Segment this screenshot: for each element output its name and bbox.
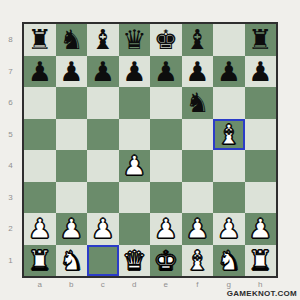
piece-white-knight[interactable]: ♞ [217,247,241,274]
piece-black-pawn[interactable]: ♟ [59,58,83,85]
square-c1[interactable] [87,245,119,277]
piece-black-bishop[interactable]: ♝ [91,26,115,53]
file-labels: abcdefgh [24,280,276,289]
rank-label-1: 1 [4,245,17,277]
square-g4[interactable] [213,150,245,182]
square-a4[interactable] [24,150,56,182]
piece-white-king[interactable]: ♚ [154,247,178,274]
square-b8[interactable]: ♞ [56,24,88,56]
square-b7[interactable]: ♟ [56,56,88,88]
square-e7[interactable]: ♟ [150,56,182,88]
square-a6[interactable] [24,87,56,119]
file-label-c: c [87,280,119,289]
square-e6[interactable] [150,87,182,119]
square-d7[interactable]: ♟ [119,56,151,88]
file-label-e: e [150,280,182,289]
square-a8[interactable]: ♜ [24,24,56,56]
square-g1[interactable]: ♞ [213,245,245,277]
square-h6[interactable] [245,87,277,119]
square-a2[interactable]: ♟ [24,213,56,245]
square-d4[interactable]: ♟ [119,150,151,182]
piece-black-queen[interactable]: ♛ [122,26,146,53]
square-f6[interactable]: ♞ [182,87,214,119]
square-c6[interactable] [87,87,119,119]
square-e3[interactable] [150,182,182,214]
piece-black-knight[interactable]: ♞ [59,26,83,53]
piece-black-king[interactable]: ♚ [154,26,178,53]
file-label-d: d [119,280,151,289]
square-d2[interactable] [119,213,151,245]
square-b2[interactable]: ♟ [56,213,88,245]
square-e5[interactable] [150,119,182,151]
square-c3[interactable] [87,182,119,214]
piece-black-pawn[interactable]: ♟ [248,58,272,85]
square-c8[interactable]: ♝ [87,24,119,56]
square-h8[interactable]: ♜ [245,24,277,56]
square-d1[interactable]: ♛ [119,245,151,277]
square-b1[interactable]: ♞ [56,245,88,277]
file-label-g: g [213,280,245,289]
rank-label-8: 8 [4,24,17,56]
square-g5[interactable]: ♝ [213,119,245,151]
square-g3[interactable] [213,182,245,214]
rank-label-7: 7 [4,56,17,88]
square-h5[interactable] [245,119,277,151]
square-f4[interactable] [182,150,214,182]
piece-black-rook[interactable]: ♜ [248,26,272,53]
square-b4[interactable] [56,150,88,182]
square-e4[interactable] [150,150,182,182]
square-f8[interactable]: ♝ [182,24,214,56]
piece-white-queen[interactable]: ♛ [122,247,146,274]
square-f3[interactable] [182,182,214,214]
piece-black-rook[interactable]: ♜ [28,26,52,53]
file-label-h: h [245,280,277,289]
square-g8[interactable] [213,24,245,56]
square-a5[interactable] [24,119,56,151]
square-c7[interactable]: ♟ [87,56,119,88]
square-g7[interactable]: ♟ [213,56,245,88]
file-label-f: f [182,280,214,289]
rank-label-6: 6 [4,87,17,119]
rank-labels: 87654321 [4,24,17,276]
square-h1[interactable]: ♜ [245,245,277,277]
piece-white-pawn[interactable]: ♟ [91,215,115,242]
square-e2[interactable]: ♟ [150,213,182,245]
square-e8[interactable]: ♚ [150,24,182,56]
square-h3[interactable] [245,182,277,214]
square-g2[interactable]: ♟ [213,213,245,245]
square-f1[interactable]: ♝ [182,245,214,277]
piece-white-pawn[interactable]: ♟ [217,215,241,242]
square-c4[interactable] [87,150,119,182]
square-b5[interactable] [56,119,88,151]
piece-black-pawn[interactable]: ♟ [154,58,178,85]
square-d3[interactable] [119,182,151,214]
site-logo: GAMEKNOT.COM [227,289,297,298]
rank-label-5: 5 [4,119,17,151]
square-b3[interactable] [56,182,88,214]
piece-white-pawn[interactable]: ♟ [185,215,209,242]
piece-black-knight[interactable]: ♞ [185,89,209,116]
piece-black-pawn[interactable]: ♟ [185,58,209,85]
chess-board: ♜♞♝♛♚♝♜♟♟♟♟♟♟♟♟♞♝♟♟♟♟♟♟♟♟♜♞♛♚♝♞♜ [22,22,278,278]
rank-label-2: 2 [4,213,17,245]
square-d5[interactable] [119,119,151,151]
square-h7[interactable]: ♟ [245,56,277,88]
piece-black-pawn[interactable]: ♟ [122,58,146,85]
piece-black-bishop[interactable]: ♝ [185,26,209,53]
piece-white-bishop[interactable]: ♝ [185,247,209,274]
square-f2[interactable]: ♟ [182,213,214,245]
square-h2[interactable]: ♟ [245,213,277,245]
square-b6[interactable] [56,87,88,119]
piece-white-pawn[interactable]: ♟ [248,215,272,242]
piece-white-rook[interactable]: ♜ [28,247,52,274]
square-d8[interactable]: ♛ [119,24,151,56]
piece-white-pawn[interactable]: ♟ [154,215,178,242]
piece-white-rook[interactable]: ♜ [248,247,272,274]
piece-white-pawn[interactable]: ♟ [28,215,52,242]
square-h4[interactable] [245,150,277,182]
file-label-a: a [24,280,56,289]
square-a7[interactable]: ♟ [24,56,56,88]
square-f5[interactable] [182,119,214,151]
square-g6[interactable] [213,87,245,119]
file-label-b: b [56,280,88,289]
square-c2[interactable]: ♟ [87,213,119,245]
square-a1[interactable]: ♜ [24,245,56,277]
square-f7[interactable]: ♟ [182,56,214,88]
rank-label-4: 4 [4,150,17,182]
square-e1[interactable]: ♚ [150,245,182,277]
rank-label-3: 3 [4,182,17,214]
piece-white-knight[interactable]: ♞ [59,247,83,274]
chess-board-page: 87654321 ♜♞♝♛♚♝♜♟♟♟♟♟♟♟♟♞♝♟♟♟♟♟♟♟♟♜♞♛♚♝♞… [0,0,300,300]
square-d6[interactable] [119,87,151,119]
piece-black-pawn[interactable]: ♟ [217,58,241,85]
piece-white-pawn[interactable]: ♟ [122,152,146,179]
piece-white-pawn[interactable]: ♟ [59,215,83,242]
square-a3[interactable] [24,182,56,214]
square-c5[interactable] [87,119,119,151]
piece-black-pawn[interactable]: ♟ [91,58,115,85]
piece-white-bishop[interactable]: ♝ [217,121,241,148]
piece-black-pawn[interactable]: ♟ [28,58,52,85]
